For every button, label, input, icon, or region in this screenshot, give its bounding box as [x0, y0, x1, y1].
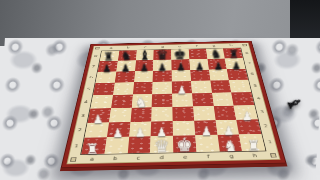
- rank-label-2: 2: [72, 123, 86, 138]
- square-a3[interactable]: ♟: [88, 108, 111, 123]
- border-corner-mark: [270, 153, 277, 158]
- square-b4[interactable]: [111, 95, 133, 109]
- rank-label-1: 1: [262, 134, 278, 151]
- square-a4[interactable]: [90, 95, 112, 109]
- file-label-g: g: [205, 43, 223, 48]
- square-g7[interactable]: ♟: [207, 58, 227, 69]
- square-a2[interactable]: [85, 122, 109, 138]
- rank-label-7: 7: [88, 61, 99, 72]
- square-g4[interactable]: [212, 92, 234, 105]
- piece-black-pawn-c7[interactable]: ♟: [139, 62, 148, 72]
- piece-black-queen-d8[interactable]: ♛: [156, 48, 168, 62]
- square-h2[interactable]: [236, 119, 261, 135]
- square-e6[interactable]: [172, 70, 191, 82]
- piece-white-pawn-h3[interactable]: ♟: [242, 110, 253, 122]
- square-c7[interactable]: ♟: [135, 60, 154, 71]
- square-h8[interactable]: ♜: [223, 48, 243, 58]
- file-label-e: e: [173, 153, 197, 162]
- piece-black-pawn-e7[interactable]: ♟: [176, 61, 185, 71]
- piece-white-knight-c4[interactable]: ♞: [135, 96, 148, 110]
- square-c1[interactable]: [127, 136, 151, 153]
- rank-labels-right: 87654321: [241, 48, 278, 151]
- rank-labels-left: 87654321: [69, 51, 101, 155]
- piece-black-pawn-h7[interactable]: ♟: [232, 60, 241, 70]
- square-c8[interactable]: ♝: [136, 50, 154, 60]
- file-label-g: g: [219, 152, 244, 161]
- square-f8[interactable]: [188, 49, 207, 59]
- square-c6[interactable]: [134, 71, 153, 83]
- square-g5[interactable]: [210, 80, 231, 93]
- square-a8[interactable]: ♜: [100, 51, 119, 61]
- chalk-dust-overlay: [81, 48, 265, 154]
- square-d6[interactable]: [153, 70, 172, 82]
- rank-label-5: 5: [82, 83, 94, 95]
- square-d8[interactable]: ♛: [153, 50, 171, 60]
- rank-label-6: 6: [246, 68, 258, 80]
- square-c2[interactable]: ♟: [129, 121, 152, 137]
- piece-white-knight-g1[interactable]: ♞: [224, 138, 238, 154]
- rank-label-3: 3: [76, 109, 90, 123]
- square-e1[interactable]: ♚: [173, 136, 196, 153]
- border-corner-mark: [70, 157, 77, 162]
- square-f2[interactable]: ♟: [194, 120, 217, 136]
- file-label-f: f: [196, 152, 220, 161]
- piece-black-bishop-c8[interactable]: ♝: [139, 49, 151, 62]
- file-label-a: a: [102, 45, 120, 50]
- file-labels-top: abcdefgh: [102, 43, 240, 51]
- square-c3[interactable]: [130, 107, 152, 122]
- piece-white-pawn-a3[interactable]: ♟: [93, 113, 104, 125]
- border-corner-mark: [95, 47, 100, 50]
- file-label-d: d: [150, 153, 174, 162]
- square-e2[interactable]: [173, 120, 195, 136]
- file-label-e: e: [171, 44, 188, 49]
- file-label-b: b: [103, 154, 127, 163]
- square-h4[interactable]: [231, 92, 254, 105]
- rank-label-8: 8: [90, 51, 101, 61]
- rank-label-4: 4: [79, 95, 92, 108]
- square-f4[interactable]: [192, 93, 213, 106]
- square-g2[interactable]: ♟: [215, 119, 239, 135]
- square-e5[interactable]: ♟: [172, 81, 192, 94]
- square-h5[interactable]: [229, 80, 251, 93]
- square-c4[interactable]: ♞: [131, 94, 152, 107]
- square-e7[interactable]: ♟: [171, 59, 190, 70]
- chessboard: abcdefgh abcdefgh 87654321 87654321 ♜♞♝♛…: [61, 41, 287, 168]
- square-f7[interactable]: ♟: [189, 59, 208, 70]
- square-g3[interactable]: [213, 105, 236, 119]
- piece-white-pawn-d2[interactable]: ♟: [156, 126, 167, 138]
- square-e4[interactable]: [172, 93, 193, 106]
- file-label-f: f: [188, 44, 206, 49]
- rank-label-8: 8: [241, 48, 252, 58]
- square-a6[interactable]: [95, 71, 116, 83]
- piece-black-rook-h8[interactable]: ♜: [229, 49, 239, 61]
- piece-black-pawn-f7[interactable]: ♟: [195, 61, 204, 71]
- square-a7[interactable]: ♟: [98, 61, 118, 72]
- piece-black-king-e8[interactable]: ♚: [174, 47, 187, 62]
- piece-white-pawn-g2[interactable]: ♟: [223, 125, 234, 137]
- square-f1[interactable]: [195, 135, 219, 152]
- square-b1[interactable]: [104, 137, 128, 154]
- square-f6[interactable]: [190, 69, 210, 81]
- piece-white-queen-d1[interactable]: ♛: [154, 137, 170, 155]
- square-b5[interactable]: [113, 82, 134, 95]
- rank-label-7: 7: [244, 58, 256, 69]
- file-label-c: c: [137, 45, 154, 50]
- piece-black-knight-g8[interactable]: ♞: [211, 48, 222, 60]
- rank-label-1: 1: [69, 138, 84, 155]
- square-c5[interactable]: [133, 82, 153, 95]
- file-label-c: c: [126, 154, 150, 163]
- rank-label-6: 6: [85, 72, 97, 84]
- square-b3[interactable]: [109, 108, 132, 123]
- file-label-b: b: [119, 45, 137, 50]
- file-label-a: a: [79, 155, 104, 164]
- piece-black-pawn-a7[interactable]: ♟: [102, 63, 111, 73]
- border-corner-mark: [242, 44, 247, 46]
- square-g1[interactable]: ♞: [217, 135, 242, 152]
- piece-black-pawn-b7[interactable]: ♟: [121, 63, 130, 73]
- piece-white-pawn-c2[interactable]: ♟: [134, 127, 145, 139]
- captured-black-pieces: ♝: [280, 90, 314, 120]
- square-h7[interactable]: ♟: [225, 58, 245, 69]
- piece-white-pawn-f2[interactable]: ♟: [201, 125, 212, 137]
- piece-white-pawn-b2[interactable]: ♟: [112, 127, 123, 139]
- piece-white-king-e1[interactable]: ♚: [176, 136, 193, 155]
- board-inner-border: abcdefgh abcdefgh 87654321 87654321 ♜♞♝♛…: [66, 43, 280, 164]
- square-b2[interactable]: ♟: [107, 122, 130, 138]
- square-a5[interactable]: [93, 83, 115, 96]
- piece-white-rook-h1[interactable]: ♜: [247, 138, 260, 153]
- rank-label-5: 5: [249, 80, 262, 92]
- file-labels-bottom: abcdefgh: [79, 151, 267, 164]
- square-g8[interactable]: ♞: [206, 48, 225, 58]
- file-label-h: h: [242, 151, 267, 160]
- square-d2[interactable]: ♟: [151, 121, 173, 137]
- file-label-d: d: [154, 44, 171, 49]
- piece-white-rook-a1[interactable]: ♜: [86, 142, 99, 157]
- square-g6[interactable]: [208, 69, 229, 81]
- rank-label-3: 3: [255, 105, 269, 119]
- square-h1[interactable]: ♜: [239, 134, 265, 151]
- piece-black-pawn-g7[interactable]: ♟: [213, 61, 222, 71]
- square-d7[interactable]: ♟: [153, 60, 171, 71]
- board-grid: ♜♞♝♛♚♞♜♟♟♟♟♟♟♟♟♟♞♟♟♟♟♟♟♟♜♛♚♞♜: [81, 48, 265, 154]
- square-b6[interactable]: [115, 71, 135, 83]
- square-b8[interactable]: ♞: [118, 50, 137, 60]
- piece-white-pawn-e5[interactable]: ♟: [177, 84, 187, 95]
- piece-black-knight-b8[interactable]: ♞: [121, 50, 132, 62]
- board-tilt-wrapper: abcdefgh abcdefgh 87654321 87654321 ♜♞♝♛…: [0, 0, 320, 180]
- square-f5[interactable]: [191, 81, 212, 94]
- square-b7[interactable]: ♟: [116, 60, 135, 71]
- square-h3[interactable]: ♟: [234, 105, 258, 119]
- rank-label-4: 4: [252, 92, 266, 105]
- square-f3[interactable]: [193, 106, 215, 120]
- square-d4[interactable]: [152, 94, 172, 107]
- piece-black-pawn-d7[interactable]: ♟: [158, 62, 167, 72]
- square-e8[interactable]: ♚: [171, 49, 189, 59]
- file-label-h: h: [222, 43, 240, 48]
- square-a1[interactable]: ♜: [81, 137, 106, 154]
- square-h6[interactable]: [227, 69, 248, 81]
- square-e3[interactable]: [172, 106, 194, 120]
- scene: abcdefgh abcdefgh 87654321 87654321 ♜♞♝♛…: [0, 0, 320, 180]
- captured-black-bishop[interactable]: ♝: [283, 93, 305, 114]
- square-d5[interactable]: [152, 82, 172, 95]
- piece-black-rook-a8[interactable]: ♜: [103, 51, 113, 63]
- square-d3[interactable]: [151, 107, 172, 121]
- square-d1[interactable]: ♛: [150, 136, 173, 153]
- rank-label-2: 2: [259, 119, 274, 134]
